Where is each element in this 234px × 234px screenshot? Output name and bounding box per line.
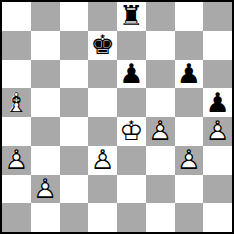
square-g2[interactable] [175,175,204,204]
square-a1[interactable] [2,203,31,232]
square-g6[interactable]: ♟ [175,60,204,89]
white-king-icon: ♔ [119,117,143,144]
square-f5[interactable] [146,88,175,117]
white-pawn-icon: ♙ [177,146,201,173]
square-g4[interactable] [175,117,204,146]
black-pawn-piece[interactable]: ♟ [175,60,204,89]
white-pawn-piece[interactable]: ♟♙ [2,146,31,175]
black-rook-icon: ♜ [119,2,143,29]
white-pawn-piece[interactable]: ♟♙ [175,146,204,175]
square-c7[interactable] [60,31,89,60]
square-a4[interactable] [2,117,31,146]
square-f4[interactable]: ♟♙ [146,117,175,146]
square-h6[interactable] [203,60,232,89]
white-pawn-icon: ♙ [91,146,115,173]
square-e1[interactable] [117,203,146,232]
chess-board: ♜♚♟♟♝♗♟♚♔♟♙♟♙♟♙♟♙♟♙♟♙ [0,0,234,234]
white-pawn-icon: ♙ [33,175,57,202]
square-e8[interactable]: ♜ [117,2,146,31]
square-d6[interactable] [88,60,117,89]
black-pawn-icon: ♟ [206,89,230,116]
square-b1[interactable] [31,203,60,232]
square-h5[interactable]: ♟ [203,88,232,117]
square-c6[interactable] [60,60,89,89]
square-a5[interactable]: ♝♗ [2,88,31,117]
black-king-icon: ♚ [91,31,115,58]
black-pawn-icon: ♟ [119,60,143,87]
square-a3[interactable]: ♟♙ [2,146,31,175]
square-c5[interactable] [60,88,89,117]
square-a8[interactable] [2,2,31,31]
white-pawn-icon: ♙ [206,117,230,144]
square-b4[interactable] [31,117,60,146]
square-b5[interactable] [31,88,60,117]
square-c3[interactable] [60,146,89,175]
black-rook-piece[interactable]: ♜ [117,2,146,31]
square-h1[interactable] [203,203,232,232]
square-h2[interactable] [203,175,232,204]
square-c1[interactable] [60,203,89,232]
square-f8[interactable] [146,2,175,31]
square-e4[interactable]: ♚♔ [117,117,146,146]
black-pawn-piece[interactable]: ♟ [117,60,146,89]
square-d7[interactable]: ♚ [88,31,117,60]
square-d8[interactable] [88,2,117,31]
square-h3[interactable] [203,146,232,175]
square-c4[interactable] [60,117,89,146]
square-e7[interactable] [117,31,146,60]
square-e6[interactable]: ♟ [117,60,146,89]
square-b8[interactable] [31,2,60,31]
square-g7[interactable] [175,31,204,60]
square-g5[interactable] [175,88,204,117]
white-pawn-icon: ♙ [148,117,172,144]
square-a2[interactable] [2,175,31,204]
white-king-piece[interactable]: ♚♔ [117,117,146,146]
square-d5[interactable] [88,88,117,117]
square-a7[interactable] [2,31,31,60]
white-bishop-icon: ♗ [4,89,28,116]
white-pawn-piece[interactable]: ♟♙ [88,146,117,175]
square-f1[interactable] [146,203,175,232]
square-g8[interactable] [175,2,204,31]
square-d1[interactable] [88,203,117,232]
square-c2[interactable] [60,175,89,204]
black-pawn-icon: ♟ [177,60,201,87]
white-pawn-piece[interactable]: ♟♙ [203,117,232,146]
square-e3[interactable] [117,146,146,175]
white-pawn-piece[interactable]: ♟♙ [146,117,175,146]
square-h4[interactable]: ♟♙ [203,117,232,146]
square-e2[interactable] [117,175,146,204]
square-d2[interactable] [88,175,117,204]
white-bishop-piece[interactable]: ♝♗ [2,88,31,117]
black-king-piece[interactable]: ♚ [88,31,117,60]
white-pawn-icon: ♙ [4,146,28,173]
square-b7[interactable] [31,31,60,60]
square-d3[interactable]: ♟♙ [88,146,117,175]
square-g1[interactable] [175,203,204,232]
square-b6[interactable] [31,60,60,89]
square-c8[interactable] [60,2,89,31]
white-pawn-piece[interactable]: ♟♙ [31,175,60,204]
square-h7[interactable] [203,31,232,60]
square-a6[interactable] [2,60,31,89]
square-f2[interactable] [146,175,175,204]
square-h8[interactable] [203,2,232,31]
square-b2[interactable]: ♟♙ [31,175,60,204]
square-f3[interactable] [146,146,175,175]
square-e5[interactable] [117,88,146,117]
square-f7[interactable] [146,31,175,60]
square-d4[interactable] [88,117,117,146]
square-f6[interactable] [146,60,175,89]
black-pawn-piece[interactable]: ♟ [203,88,232,117]
square-b3[interactable] [31,146,60,175]
square-g3[interactable]: ♟♙ [175,146,204,175]
